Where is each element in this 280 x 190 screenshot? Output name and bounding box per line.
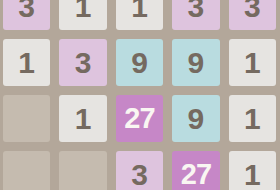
- tile-9-r3c4: 9: [172, 95, 219, 142]
- tile-1-r2c1: 1: [3, 39, 50, 86]
- tile-3-r1c5: 3: [229, 0, 276, 30]
- tile-1-r3c5: 1: [229, 95, 276, 142]
- tile-27-r3c3: 27: [116, 95, 163, 142]
- tile-3-r1c4: 3: [172, 0, 219, 30]
- tile-9-r2c3: 9: [116, 39, 163, 86]
- tile-1-r4c5: 1: [229, 151, 276, 190]
- tile-1-r1c3: 1: [116, 0, 163, 30]
- tile-27-r4c4: 27: [172, 151, 219, 190]
- tile-9-r2c4: 9: [172, 39, 219, 86]
- empty-cell-r4c2: [59, 151, 106, 190]
- tile-3-r2c2: 3: [59, 39, 106, 86]
- tile-3-r4c3: 3: [116, 151, 163, 190]
- tile-1-r2c5: 1: [229, 39, 276, 86]
- tile-3-r1c1: 3: [3, 0, 50, 30]
- empty-cell-r4c1: [3, 151, 50, 190]
- empty-cell-r3c1: [3, 95, 50, 142]
- tile-1-r1c2: 1: [59, 0, 106, 30]
- tile-1-r3c2: 1: [59, 95, 106, 142]
- game-board-grid[interactable]: 3113313991127913271: [3, 0, 276, 190]
